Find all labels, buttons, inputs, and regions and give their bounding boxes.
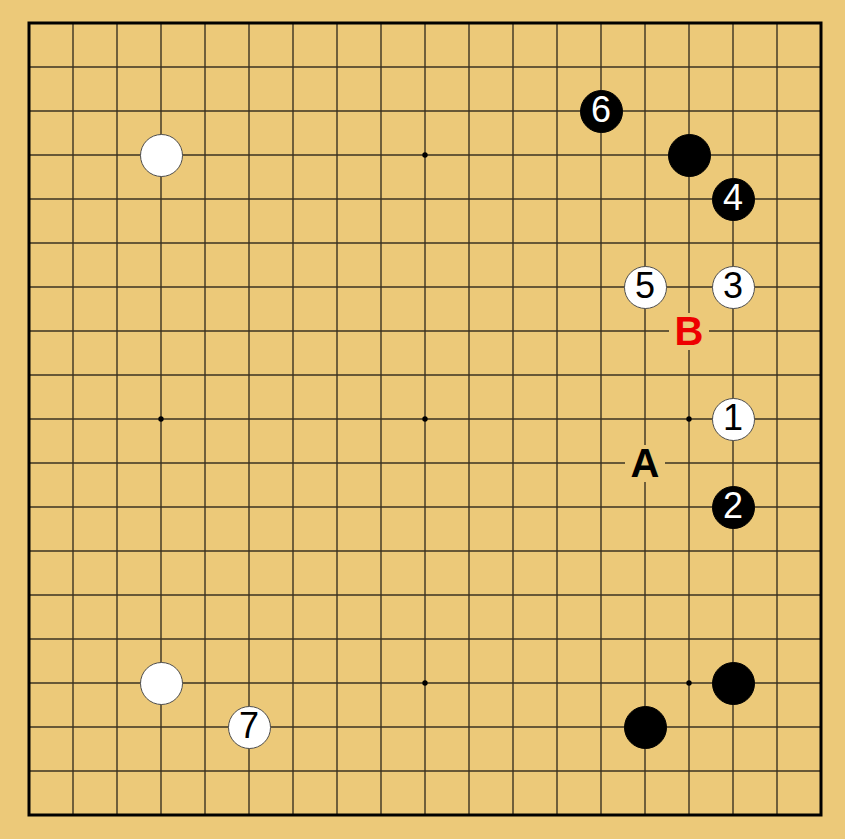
board-intersections[interactable]: 6453127AB bbox=[7, 1, 843, 837]
stone-move-number: 2 bbox=[723, 488, 743, 524]
stone-black[interactable] bbox=[668, 134, 711, 177]
stone-white-5[interactable]: 5 bbox=[624, 266, 667, 309]
stone-black[interactable] bbox=[624, 706, 667, 749]
stone-black[interactable] bbox=[712, 662, 755, 705]
go-board[interactable]: 6453127AB bbox=[7, 1, 843, 837]
marker-B[interactable]: B bbox=[669, 313, 709, 350]
stone-move-number: 4 bbox=[723, 180, 743, 216]
stone-white-1[interactable]: 1 bbox=[712, 398, 755, 441]
stone-white-3[interactable]: 3 bbox=[712, 266, 755, 309]
stone-black-2[interactable]: 2 bbox=[712, 486, 755, 529]
stone-white[interactable] bbox=[140, 134, 183, 177]
stone-white-7[interactable]: 7 bbox=[228, 706, 271, 749]
stone-black-4[interactable]: 4 bbox=[712, 178, 755, 221]
stone-move-number: 1 bbox=[723, 400, 743, 436]
marker-A[interactable]: A bbox=[625, 445, 665, 482]
stone-black-6[interactable]: 6 bbox=[580, 90, 623, 133]
stone-white[interactable] bbox=[140, 662, 183, 705]
stone-move-number: 3 bbox=[723, 268, 743, 304]
stone-move-number: 6 bbox=[591, 92, 611, 128]
stone-move-number: 5 bbox=[635, 268, 655, 304]
stone-move-number: 7 bbox=[239, 708, 259, 744]
